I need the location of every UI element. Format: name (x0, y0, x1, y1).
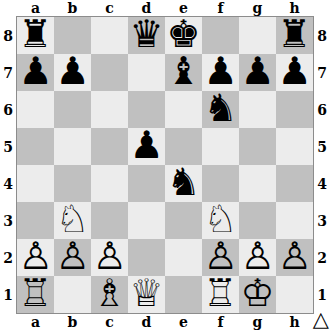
rank-label-4: 4 (0, 165, 16, 202)
file-labels-bottom: abcdefgh (17, 314, 313, 330)
square-b6[interactable] (54, 91, 91, 128)
square-e4[interactable]: ♞ (165, 165, 202, 202)
rank-label-1: 1 (0, 276, 16, 313)
piece-black-pawn[interactable]: ♟ (203, 53, 237, 90)
square-g5[interactable] (239, 128, 276, 165)
piece-black-pawn[interactable]: ♟ (55, 53, 89, 90)
square-g7[interactable]: ♟ (239, 54, 276, 91)
square-c8[interactable] (91, 17, 128, 54)
square-c7[interactable] (91, 54, 128, 91)
square-a4[interactable] (17, 165, 54, 202)
square-h7[interactable]: ♟ (276, 54, 313, 91)
square-f5[interactable] (202, 128, 239, 165)
square-f1[interactable]: ♖ (202, 276, 239, 313)
square-e7[interactable]: ♝ (165, 54, 202, 91)
file-label-e: e (165, 314, 202, 330)
square-c4[interactable] (91, 165, 128, 202)
rank-label-2: 2 (0, 239, 16, 276)
piece-black-pawn[interactable]: ♟ (18, 53, 52, 90)
square-c1[interactable]: ♗ (91, 276, 128, 313)
square-d1[interactable]: ♕ (128, 276, 165, 313)
square-h2[interactable]: ♙ (276, 239, 313, 276)
rank-label-8: 8 (0, 17, 16, 54)
rank-labels-left: 87654321 (0, 17, 16, 313)
square-e2[interactable] (165, 239, 202, 276)
piece-white-knight[interactable]: ♘ (55, 201, 89, 238)
square-b2[interactable]: ♙ (54, 239, 91, 276)
chess-board[interactable]: ♜♛♚♜♟♟♝♟♟♟♞♟♞♘♘♙♙♙♙♙♙♖♗♕♖♔ (16, 16, 314, 314)
square-h5[interactable] (276, 128, 313, 165)
rank-label-4: 4 (314, 165, 330, 202)
square-h6[interactable] (276, 91, 313, 128)
rank-label-2: 2 (314, 239, 330, 276)
file-label-g: g (239, 314, 276, 330)
rank-label-7: 7 (0, 54, 16, 91)
piece-white-bishop[interactable]: ♗ (92, 275, 126, 312)
square-d7[interactable] (128, 54, 165, 91)
piece-white-pawn[interactable]: ♙ (18, 238, 52, 275)
square-b5[interactable] (54, 128, 91, 165)
rank-label-3: 3 (314, 202, 330, 239)
rank-label-8: 8 (314, 17, 330, 54)
file-label-b: b (54, 0, 91, 16)
square-g4[interactable] (239, 165, 276, 202)
file-label-d: d (128, 314, 165, 330)
square-a7[interactable]: ♟ (17, 54, 54, 91)
file-label-c: c (91, 314, 128, 330)
piece-black-king[interactable]: ♚ (166, 16, 200, 53)
square-c6[interactable] (91, 91, 128, 128)
rank-label-5: 5 (314, 128, 330, 165)
piece-white-king[interactable]: ♔ (240, 275, 274, 312)
square-a1[interactable]: ♖ (17, 276, 54, 313)
file-label-g: g (239, 0, 276, 16)
rank-label-5: 5 (0, 128, 16, 165)
rank-label-7: 7 (314, 54, 330, 91)
square-h4[interactable] (276, 165, 313, 202)
square-g6[interactable] (239, 91, 276, 128)
square-b1[interactable] (54, 276, 91, 313)
square-e1[interactable] (165, 276, 202, 313)
piece-black-pawn[interactable]: ♟ (277, 53, 311, 90)
chess-diagram: abcdefgh 87654321 ♜♛♚♜♟♟♝♟♟♟♞♟♞♘♘♙♙♙♙♙♙♖… (0, 0, 330, 330)
square-e6[interactable] (165, 91, 202, 128)
square-d3[interactable] (128, 202, 165, 239)
piece-white-pawn[interactable]: ♙ (92, 238, 126, 275)
square-c5[interactable] (91, 128, 128, 165)
rank-label-3: 3 (0, 202, 16, 239)
file-labels-top: abcdefgh (17, 0, 313, 16)
square-b7[interactable]: ♟ (54, 54, 91, 91)
square-d8[interactable]: ♛ (128, 17, 165, 54)
square-f6[interactable]: ♞ (202, 91, 239, 128)
square-d5[interactable]: ♟ (128, 128, 165, 165)
rank-labels-right: 87654321 (314, 17, 330, 313)
file-label-a: a (17, 314, 54, 330)
file-label-c: c (91, 0, 128, 16)
piece-black-knight[interactable]: ♞ (166, 164, 200, 201)
square-g1[interactable]: ♔ (239, 276, 276, 313)
square-e3[interactable] (165, 202, 202, 239)
piece-white-pawn[interactable]: ♙ (277, 238, 311, 275)
piece-white-rook[interactable]: ♖ (18, 275, 52, 312)
piece-white-knight[interactable]: ♘ (203, 201, 237, 238)
file-label-b: b (54, 314, 91, 330)
rank-label-6: 6 (0, 91, 16, 128)
piece-black-pawn[interactable]: ♟ (129, 127, 163, 164)
file-label-f: f (202, 0, 239, 16)
square-h1[interactable] (276, 276, 313, 313)
rank-label-6: 6 (314, 91, 330, 128)
square-a6[interactable] (17, 91, 54, 128)
piece-black-bishop[interactable]: ♝ (166, 53, 200, 90)
white-to-move-icon: △ (313, 309, 329, 330)
file-label-h: h (276, 314, 313, 330)
piece-black-pawn[interactable]: ♟ (240, 53, 274, 90)
piece-white-queen[interactable]: ♕ (129, 275, 163, 312)
piece-black-rook[interactable]: ♜ (277, 16, 311, 53)
piece-black-rook[interactable]: ♜ (18, 16, 52, 53)
piece-white-pawn[interactable]: ♙ (55, 238, 89, 275)
piece-white-pawn[interactable]: ♙ (203, 238, 237, 275)
square-d4[interactable] (128, 165, 165, 202)
file-label-f: f (202, 314, 239, 330)
piece-white-rook[interactable]: ♖ (203, 275, 237, 312)
piece-white-pawn[interactable]: ♙ (240, 238, 274, 275)
square-a5[interactable] (17, 128, 54, 165)
piece-black-knight[interactable]: ♞ (203, 90, 237, 127)
piece-black-queen[interactable]: ♛ (129, 16, 163, 53)
